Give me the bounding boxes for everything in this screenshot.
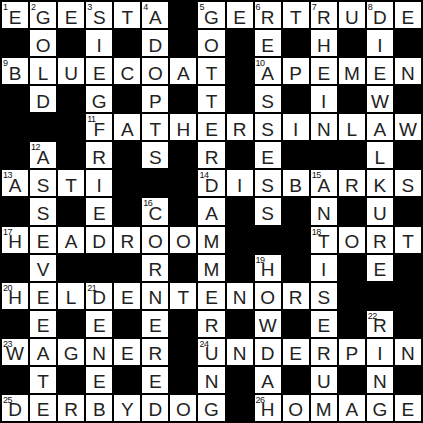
- black-cell-r6c15: [395, 142, 421, 168]
- cell-letter: A: [311, 176, 337, 195]
- black-cell-r8c7: [170, 198, 196, 224]
- cell-r13c9[interactable]: N: [227, 339, 253, 365]
- cell-r13c3[interactable]: G: [58, 339, 84, 365]
- cell-letter: O: [283, 401, 309, 420]
- cell-r6c8[interactable]: R: [198, 142, 224, 168]
- black-cell-r11c13: [339, 283, 365, 309]
- cell-letter: A: [30, 345, 56, 364]
- cell-r12c6[interactable]: E: [142, 311, 168, 337]
- cell-r4c8[interactable]: T: [198, 86, 224, 112]
- cell-letter: N: [311, 204, 337, 223]
- cell-letter: S: [255, 176, 281, 195]
- cell-letter: T: [311, 233, 337, 252]
- cell-r11c12[interactable]: S: [311, 283, 337, 309]
- cell-r1c9[interactable]: E: [227, 2, 253, 28]
- cell-letter: H: [2, 233, 28, 252]
- black-cell-r10c13: [339, 255, 365, 281]
- cell-r10c6[interactable]: R: [142, 255, 168, 281]
- cell-letter: O: [255, 289, 281, 308]
- cell-r11c2[interactable]: E: [30, 283, 56, 309]
- cell-r9c12[interactable]: 18T: [311, 227, 337, 253]
- cell-r1c3[interactable]: E: [58, 2, 84, 28]
- cell-r7c3[interactable]: T: [58, 170, 84, 196]
- cell-letter: S: [86, 8, 112, 27]
- cell-r3c15[interactable]: N: [395, 58, 421, 84]
- cell-r7c1[interactable]: 13A: [2, 170, 28, 196]
- cell-letter: G: [198, 401, 224, 420]
- black-cell-r14c11: [283, 367, 309, 393]
- cell-letter: S: [30, 204, 56, 223]
- cell-r6c6[interactable]: S: [142, 142, 168, 168]
- cell-letter: N: [311, 120, 337, 139]
- cell-r13c15[interactable]: N: [395, 339, 421, 365]
- cell-letter: I: [86, 36, 112, 55]
- cell-r13c14[interactable]: I: [367, 339, 393, 365]
- black-cell-r7c7: [170, 170, 196, 196]
- cell-r7c8[interactable]: 14D: [198, 170, 224, 196]
- cell-r4c14[interactable]: W: [367, 86, 393, 112]
- black-cell-r14c3: [58, 367, 84, 393]
- cell-r11c1[interactable]: 20H: [2, 283, 28, 309]
- cell-letter: R: [255, 8, 281, 27]
- cell-letter: O: [30, 36, 56, 55]
- cell-letter: S: [255, 204, 281, 223]
- cell-r14c4[interactable]: E: [86, 367, 112, 393]
- cell-r15c3[interactable]: R: [58, 395, 84, 421]
- cell-letter: R: [58, 401, 84, 420]
- black-cell-r8c9: [227, 198, 253, 224]
- cell-r6c2[interactable]: 12A: [30, 142, 56, 168]
- cell-letter: H: [255, 401, 281, 420]
- cell-letter: L: [367, 148, 393, 167]
- cell-r1c2[interactable]: 2G: [30, 2, 56, 28]
- cell-r13c1[interactable]: 23W: [2, 339, 28, 365]
- cell-r1c4[interactable]: 3S: [86, 2, 112, 28]
- cell-letter: A: [58, 233, 84, 252]
- black-cell-r14c9: [227, 367, 253, 393]
- black-cell-r2c7: [170, 30, 196, 56]
- cell-letter: E: [395, 8, 421, 27]
- cell-r5c9[interactable]: R: [227, 114, 253, 140]
- cell-letter: S: [311, 289, 337, 308]
- cell-r4c4[interactable]: G: [86, 86, 112, 112]
- cell-letter: E: [311, 64, 337, 83]
- cell-r9c15[interactable]: T: [395, 227, 421, 253]
- cell-r5c6[interactable]: T: [142, 114, 168, 140]
- cell-r7c13[interactable]: R: [339, 170, 365, 196]
- cell-r3c12[interactable]: E: [311, 58, 337, 84]
- cell-letter: G: [198, 8, 224, 27]
- cell-r8c4[interactable]: E: [86, 198, 112, 224]
- black-cell-r10c3: [58, 255, 84, 281]
- cell-letter: D: [198, 176, 224, 195]
- cell-letter: G: [58, 345, 84, 364]
- cell-letter: B: [283, 176, 309, 195]
- cell-r15c1[interactable]: 25D: [2, 395, 28, 421]
- cell-r3c8[interactable]: T: [198, 58, 224, 84]
- cell-r6c10[interactable]: E: [255, 142, 281, 168]
- cell-letter: T: [170, 289, 196, 308]
- cell-letter: E: [142, 373, 168, 392]
- cell-r12c4[interactable]: E: [86, 311, 112, 337]
- cell-r2c14[interactable]: I: [367, 30, 393, 56]
- cell-r1c15[interactable]: E: [395, 2, 421, 28]
- cell-r1c5[interactable]: T: [114, 2, 140, 28]
- cell-r12c8[interactable]: R: [198, 311, 224, 337]
- cell-letter: D: [142, 401, 168, 420]
- cell-letter: U: [367, 204, 393, 223]
- black-cell-r11c15: [395, 283, 421, 309]
- cell-letter: E: [142, 317, 168, 336]
- cell-letter: Y: [114, 401, 140, 420]
- cell-r5c15[interactable]: W: [395, 114, 421, 140]
- cell-letter: P: [283, 64, 309, 83]
- cell-r5c11[interactable]: I: [283, 114, 309, 140]
- cell-letter: R: [311, 345, 337, 364]
- cell-r3c14[interactable]: E: [367, 58, 393, 84]
- cell-r3c2[interactable]: L: [30, 58, 56, 84]
- cell-r13c13[interactable]: P: [339, 339, 365, 365]
- cell-r1c12[interactable]: 7R: [311, 2, 337, 28]
- black-cell-r4c13: [339, 86, 365, 112]
- cell-r3c4[interactable]: E: [86, 58, 112, 84]
- cell-r11c8[interactable]: E: [198, 283, 224, 309]
- cell-letter: I: [283, 120, 309, 139]
- black-cell-r8c11: [283, 198, 309, 224]
- black-cell-r6c1: [2, 142, 28, 168]
- cell-letter: R: [311, 8, 337, 27]
- cell-letter: P: [339, 345, 365, 364]
- cell-letter: S: [395, 176, 421, 195]
- cell-r5c14[interactable]: A: [367, 114, 393, 140]
- cell-r2c4[interactable]: I: [86, 30, 112, 56]
- cell-r1c14[interactable]: 8D: [367, 2, 393, 28]
- cell-r2c8[interactable]: O: [198, 30, 224, 56]
- black-cell-r8c3: [58, 198, 84, 224]
- black-cell-r12c9: [227, 311, 253, 337]
- black-cell-r12c15: [395, 311, 421, 337]
- black-cell-r4c7: [170, 86, 196, 112]
- cell-r2c2[interactable]: O: [30, 30, 56, 56]
- cell-letter: E: [198, 289, 224, 308]
- cell-r8c6[interactable]: 16C: [142, 198, 168, 224]
- cell-r7c14[interactable]: K: [367, 170, 393, 196]
- cell-letter: A: [255, 373, 281, 392]
- cell-letter: A: [30, 148, 56, 167]
- black-cell-r10c9: [227, 255, 253, 281]
- cell-r15c13[interactable]: A: [339, 395, 365, 421]
- black-cell-r9c10: [255, 227, 281, 253]
- cell-r11c7[interactable]: T: [170, 283, 196, 309]
- cell-r3c1[interactable]: 9B: [2, 58, 28, 84]
- cell-letter: W: [367, 92, 393, 111]
- cell-r8c12[interactable]: N: [311, 198, 337, 224]
- cell-letter: T: [58, 176, 84, 195]
- cell-letter: S: [255, 92, 281, 111]
- cell-r3c6[interactable]: O: [142, 58, 168, 84]
- cell-letter: E: [30, 233, 56, 252]
- cell-r1c10[interactable]: 6R: [255, 2, 281, 28]
- cell-r11c4[interactable]: 21D: [86, 283, 112, 309]
- cell-letter: R: [114, 233, 140, 252]
- cell-r14c8[interactable]: N: [198, 367, 224, 393]
- cell-r9c8[interactable]: M: [198, 227, 224, 253]
- cell-r15c6[interactable]: D: [142, 395, 168, 421]
- black-cell-r14c7: [170, 367, 196, 393]
- cell-r15c7[interactable]: O: [170, 395, 196, 421]
- cell-r5c12[interactable]: N: [311, 114, 337, 140]
- cell-r11c10[interactable]: O: [255, 283, 281, 309]
- cell-letter: L: [339, 120, 365, 139]
- cell-letter: A: [170, 64, 196, 83]
- cell-r13c2[interactable]: A: [30, 339, 56, 365]
- cell-r3c5[interactable]: C: [114, 58, 140, 84]
- cell-letter: N: [367, 373, 393, 392]
- cell-letter: O: [198, 36, 224, 55]
- cell-r1c1[interactable]: 1E: [2, 2, 28, 28]
- black-cell-r10c1: [2, 255, 28, 281]
- cell-letter: A: [114, 120, 140, 139]
- cell-r12c14[interactable]: 22R: [367, 311, 393, 337]
- cell-letter: E: [114, 345, 140, 364]
- black-cell-r11c14: [367, 283, 393, 309]
- cell-r13c5[interactable]: E: [114, 339, 140, 365]
- cell-letter: O: [142, 64, 168, 83]
- cell-letter: A: [339, 401, 365, 420]
- cell-r4c2[interactable]: D: [30, 86, 56, 112]
- black-cell-r14c1: [2, 367, 28, 393]
- cell-letter: R: [142, 261, 168, 280]
- cell-r12c12[interactable]: E: [311, 311, 337, 337]
- black-cell-r2c1: [2, 30, 28, 56]
- black-cell-r8c1: [2, 198, 28, 224]
- black-cell-r6c3: [58, 142, 84, 168]
- cell-r7c9[interactable]: I: [227, 170, 253, 196]
- cell-letter: D: [86, 289, 112, 308]
- black-cell-r3c9: [227, 58, 253, 84]
- cell-letter: W: [255, 317, 281, 336]
- cell-r5c8[interactable]: E: [198, 114, 224, 140]
- cell-letter: A: [255, 64, 281, 83]
- cell-letter: M: [198, 261, 224, 280]
- cell-r15c10[interactable]: 26H: [255, 395, 281, 421]
- cell-letter: N: [86, 345, 112, 364]
- cell-r1c8[interactable]: 5G: [198, 2, 224, 28]
- black-cell-r6c13: [339, 142, 365, 168]
- black-cell-r4c15: [395, 86, 421, 112]
- cell-r1c11[interactable]: T: [283, 2, 309, 28]
- cell-r5c13[interactable]: L: [339, 114, 365, 140]
- cell-letter: N: [142, 289, 168, 308]
- cell-letter: N: [227, 289, 253, 308]
- cell-letter: D: [2, 401, 28, 420]
- cell-r14c12[interactable]: U: [311, 367, 337, 393]
- black-cell-r2c11: [283, 30, 309, 56]
- cell-letter: I: [311, 92, 337, 111]
- cell-letter: A: [142, 8, 168, 27]
- black-cell-r10c4: [86, 255, 112, 281]
- cell-r9c2[interactable]: E: [30, 227, 56, 253]
- cell-r9c14[interactable]: R: [367, 227, 393, 253]
- cell-letter: R: [198, 317, 224, 336]
- cell-letter: E: [114, 289, 140, 308]
- cell-letter: D: [30, 92, 56, 111]
- cell-r6c14[interactable]: L: [367, 142, 393, 168]
- cell-r15c12[interactable]: M: [311, 395, 337, 421]
- cell-letter: E: [86, 317, 112, 336]
- cell-r9c1[interactable]: 17H: [2, 227, 28, 253]
- cell-r11c3[interactable]: L: [58, 283, 84, 309]
- cell-letter: C: [114, 64, 140, 83]
- cell-letter: I: [86, 176, 112, 195]
- cell-r5c4[interactable]: 11F: [86, 114, 112, 140]
- cell-r13c12[interactable]: R: [311, 339, 337, 365]
- cell-letter: R: [198, 148, 224, 167]
- cell-letter: T: [114, 8, 140, 27]
- cell-r14c10[interactable]: A: [255, 367, 281, 393]
- cell-r15c15[interactable]: E: [395, 395, 421, 421]
- cell-letter: A: [2, 176, 28, 195]
- cell-letter: R: [367, 233, 393, 252]
- cell-r14c14[interactable]: N: [367, 367, 393, 393]
- black-cell-r4c9: [227, 86, 253, 112]
- cell-letter: E: [395, 401, 421, 420]
- cell-letter: E: [255, 148, 281, 167]
- cell-letter: E: [30, 317, 56, 336]
- cell-r2c6[interactable]: D: [142, 30, 168, 56]
- cell-r12c2[interactable]: E: [30, 311, 56, 337]
- cell-r9c5[interactable]: R: [114, 227, 140, 253]
- cell-r7c12[interactable]: 15A: [311, 170, 337, 196]
- cell-r15c14[interactable]: G: [367, 395, 393, 421]
- cell-r9c7[interactable]: O: [170, 227, 196, 253]
- cell-r15c8[interactable]: G: [198, 395, 224, 421]
- cell-r15c2[interactable]: E: [30, 395, 56, 421]
- cell-r13c4[interactable]: N: [86, 339, 112, 365]
- black-cell-r12c13: [339, 311, 365, 337]
- crossword-board: 1E2GE3ST4A5GE6RT7RU8DEOIDOEHI9BLUECOAT10…: [0, 0, 423, 423]
- cell-letter: R: [339, 176, 365, 195]
- cell-letter: S: [255, 120, 281, 139]
- cell-r3c7[interactable]: A: [170, 58, 196, 84]
- black-cell-r15c9: [227, 395, 253, 421]
- black-cell-r8c15: [395, 198, 421, 224]
- cell-letter: E: [86, 373, 112, 392]
- cell-letter: E: [255, 36, 281, 55]
- cell-r13c6[interactable]: R: [142, 339, 168, 365]
- black-cell-r12c1: [2, 311, 28, 337]
- cell-letter: O: [170, 233, 196, 252]
- black-cell-r2c15: [395, 30, 421, 56]
- cell-r10c10[interactable]: 19H: [255, 255, 281, 281]
- cell-r2c10[interactable]: E: [255, 30, 281, 56]
- cell-r15c4[interactable]: B: [86, 395, 112, 421]
- black-cell-r10c15: [395, 255, 421, 281]
- cell-r10c2[interactable]: V: [30, 255, 56, 281]
- cell-letter: E: [367, 64, 393, 83]
- black-cell-r5c2: [30, 114, 56, 140]
- black-cell-r10c11: [283, 255, 309, 281]
- cell-r7c11[interactable]: B: [283, 170, 309, 196]
- cell-r8c14[interactable]: U: [367, 198, 393, 224]
- cell-r14c6[interactable]: E: [142, 367, 168, 393]
- cell-r4c10[interactable]: S: [255, 86, 281, 112]
- cell-letter: W: [2, 345, 28, 364]
- cell-r6c4[interactable]: R: [86, 142, 112, 168]
- cell-r9c4[interactable]: D: [86, 227, 112, 253]
- cell-r3c13[interactable]: M: [339, 58, 365, 84]
- cell-letter: E: [58, 8, 84, 27]
- cell-r10c12[interactable]: I: [311, 255, 337, 281]
- cell-r9c6[interactable]: O: [142, 227, 168, 253]
- cell-r14c2[interactable]: T: [30, 367, 56, 393]
- cell-r1c13[interactable]: U: [339, 2, 365, 28]
- cell-r13c11[interactable]: E: [283, 339, 309, 365]
- cell-r3c10[interactable]: 10A: [255, 58, 281, 84]
- cell-r15c11[interactable]: O: [283, 395, 309, 421]
- black-cell-r6c9: [227, 142, 253, 168]
- cell-r11c5[interactable]: E: [114, 283, 140, 309]
- cell-r5c5[interactable]: A: [114, 114, 140, 140]
- cell-letter: G: [86, 92, 112, 111]
- cell-r11c6[interactable]: N: [142, 283, 168, 309]
- black-cell-r4c1: [2, 86, 28, 112]
- cell-r12c10[interactable]: W: [255, 311, 281, 337]
- cell-letter: S: [142, 148, 168, 167]
- cell-r8c8[interactable]: A: [198, 198, 224, 224]
- cell-letter: T: [198, 64, 224, 83]
- cell-r7c10[interactable]: S: [255, 170, 281, 196]
- black-cell-r14c15: [395, 367, 421, 393]
- black-cell-r2c3: [58, 30, 84, 56]
- cell-r8c2[interactable]: S: [30, 198, 56, 224]
- cell-r8c10[interactable]: S: [255, 198, 281, 224]
- black-cell-r2c5: [114, 30, 140, 56]
- cell-r13c10[interactable]: D: [255, 339, 281, 365]
- cell-letter: T: [30, 373, 56, 392]
- cell-r7c2[interactable]: S: [30, 170, 56, 196]
- cell-r9c13[interactable]: O: [339, 227, 365, 253]
- cell-r10c8[interactable]: M: [198, 255, 224, 281]
- black-cell-r4c11: [283, 86, 309, 112]
- cell-letter: E: [86, 64, 112, 83]
- cell-r4c12[interactable]: I: [311, 86, 337, 112]
- cell-r10c14[interactable]: E: [367, 255, 393, 281]
- cell-letter: I: [367, 36, 393, 55]
- cell-r1c6[interactable]: 4A: [142, 2, 168, 28]
- cell-r5c7[interactable]: H: [170, 114, 196, 140]
- cell-r4c6[interactable]: P: [142, 86, 168, 112]
- cell-r13c8[interactable]: 24U: [198, 339, 224, 365]
- cell-letter: H: [311, 36, 337, 55]
- cell-r3c3[interactable]: U: [58, 58, 84, 84]
- cell-letter: H: [2, 289, 28, 308]
- cell-r7c4[interactable]: I: [86, 170, 112, 196]
- cell-r3c11[interactable]: P: [283, 58, 309, 84]
- black-cell-r13c7: [170, 339, 196, 365]
- cell-letter: E: [227, 8, 253, 27]
- cell-r5c10[interactable]: S: [255, 114, 281, 140]
- black-cell-r10c5: [114, 255, 140, 281]
- cell-letter: I: [311, 261, 337, 280]
- cell-r11c9[interactable]: N: [227, 283, 253, 309]
- cell-r9c3[interactable]: A: [58, 227, 84, 253]
- cell-r11c11[interactable]: R: [283, 283, 309, 309]
- black-cell-r14c5: [114, 367, 140, 393]
- cell-r7c15[interactable]: S: [395, 170, 421, 196]
- cell-r2c12[interactable]: H: [311, 30, 337, 56]
- cell-r15c5[interactable]: Y: [114, 395, 140, 421]
